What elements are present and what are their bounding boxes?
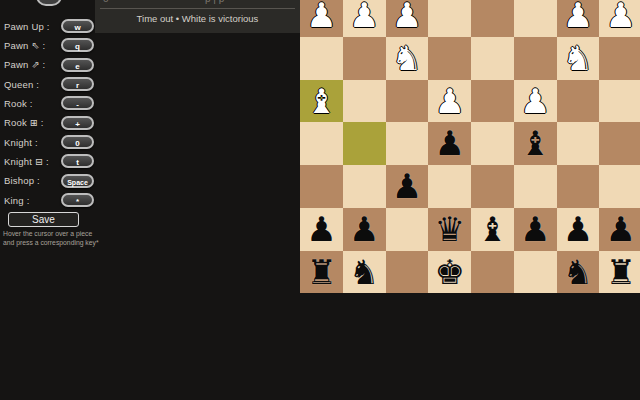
key-button[interactable]: - xyxy=(61,96,94,110)
key-button[interactable]: w xyxy=(61,19,94,33)
hint-caption: Hover the cursor over a piece and press … xyxy=(3,230,103,248)
board-square[interactable]: ♜ xyxy=(599,251,640,294)
board-square[interactable]: ♟ xyxy=(343,208,386,251)
board-square[interactable] xyxy=(557,80,600,123)
key-button[interactable]: 0 xyxy=(61,135,94,149)
board-square[interactable] xyxy=(514,165,557,208)
clipped-text-left: o xyxy=(103,0,109,4)
board-square[interactable] xyxy=(343,37,386,80)
board-square[interactable]: ♛ xyxy=(428,208,471,251)
board-square[interactable]: ♚ xyxy=(428,251,471,294)
board-square[interactable] xyxy=(471,37,514,80)
binding-row: Knight ⊟ :t xyxy=(4,153,94,169)
board-square[interactable]: ♞ xyxy=(557,37,600,80)
key-button[interactable]: t xyxy=(61,154,94,168)
board-square[interactable] xyxy=(300,37,343,80)
board-square[interactable]: ♟ xyxy=(557,208,600,251)
chess-piece-bP: ♟ xyxy=(599,208,640,251)
board-square[interactable] xyxy=(386,208,429,251)
chess-piece-bP: ♟ xyxy=(300,208,343,251)
board-square[interactable] xyxy=(471,122,514,165)
chess-piece-bP: ♟ xyxy=(343,208,386,251)
board-square[interactable]: ♝ xyxy=(471,208,514,251)
binding-row: Pawn ⇗ :e xyxy=(4,57,94,73)
binding-row: Knight :0 xyxy=(4,134,94,150)
chess-piece-bP: ♟ xyxy=(514,208,557,251)
board-square[interactable] xyxy=(514,251,557,294)
binding-label: Rook : xyxy=(4,98,33,109)
chess-piece-wN: ♞ xyxy=(386,37,429,80)
key-button[interactable]: Space xyxy=(61,174,94,188)
board-square[interactable] xyxy=(471,165,514,208)
board-square[interactable] xyxy=(428,165,471,208)
binding-label: Rook ⊞ : xyxy=(4,117,44,128)
chess-piece-wP: ♟ xyxy=(599,0,640,37)
chess-piece-bR: ♜ xyxy=(599,251,640,294)
binding-row: King :* xyxy=(4,192,94,208)
key-button[interactable]: r xyxy=(61,77,94,91)
chess-piece-bN: ♞ xyxy=(557,251,600,294)
binding-row: Pawn ⇖ :q xyxy=(4,37,94,53)
save-button[interactable]: Save xyxy=(8,212,79,227)
board-square[interactable]: ♟ xyxy=(428,122,471,165)
binding-label: Knight : xyxy=(4,137,38,148)
binding-label: Pawn ⇖ : xyxy=(4,40,45,51)
chess-piece-wP: ♟ xyxy=(300,0,343,37)
board-square[interactable] xyxy=(343,165,386,208)
binding-row: Pawn Up :w xyxy=(4,18,94,34)
board-square[interactable] xyxy=(386,251,429,294)
board-square[interactable] xyxy=(343,122,386,165)
status-panel: o p | p Time out • White is victorious xyxy=(95,0,300,33)
board-square[interactable] xyxy=(599,165,640,208)
chess-piece-bP: ♟ xyxy=(386,165,429,208)
chess-board: ♟♟♟♟♟♞♞♝♟♟♟♝♟♟♟♛♝♟♟♟♜♞♚♞♜ xyxy=(300,0,640,293)
chess-piece-bB: ♝ xyxy=(471,208,514,251)
board-square[interactable]: ♟ xyxy=(343,0,386,37)
board-square[interactable] xyxy=(471,80,514,123)
chess-piece-wN: ♞ xyxy=(557,37,600,80)
binding-label: Knight ⊟ : xyxy=(4,156,49,167)
key-button[interactable]: e xyxy=(61,58,94,72)
board-square[interactable]: ♝ xyxy=(300,80,343,123)
board-square[interactable]: ♟ xyxy=(300,0,343,37)
board-square[interactable] xyxy=(300,165,343,208)
binding-label: Pawn ⇗ : xyxy=(4,59,45,70)
board-square[interactable] xyxy=(471,251,514,294)
key-button[interactable]: q xyxy=(61,38,94,52)
board-square[interactable]: ♝ xyxy=(514,122,557,165)
binding-label: King : xyxy=(4,195,30,206)
chess-piece-wB: ♝ xyxy=(300,80,343,123)
chess-piece-bK: ♚ xyxy=(428,251,471,294)
game-result-text: Time out • White is victorious xyxy=(95,13,300,24)
board-square[interactable]: ♞ xyxy=(557,251,600,294)
board-square[interactable] xyxy=(300,122,343,165)
binding-label: Bishop : xyxy=(4,175,40,186)
chess-piece-wP: ♟ xyxy=(557,0,600,37)
chess-piece-bP: ♟ xyxy=(428,122,471,165)
clipped-text-right: p | p xyxy=(205,0,224,4)
board-square[interactable]: ♟ xyxy=(386,0,429,37)
board-square[interactable]: ♞ xyxy=(386,37,429,80)
board-square[interactable] xyxy=(557,165,600,208)
chess-piece-wP: ♟ xyxy=(343,0,386,37)
hint-caption-line1: Hover the cursor over a piece xyxy=(3,230,103,239)
board-square[interactable] xyxy=(599,37,640,80)
board-square[interactable] xyxy=(471,0,514,37)
board-square[interactable] xyxy=(428,0,471,37)
board-square[interactable] xyxy=(599,80,640,123)
board-square[interactable] xyxy=(386,122,429,165)
separator xyxy=(100,8,295,9)
board-square[interactable]: ♟ xyxy=(557,0,600,37)
board-square[interactable]: ♞ xyxy=(343,251,386,294)
keybinding-sidebar: Pawn Up :wPawn ⇖ :qPawn ⇗ :eQueen :rRook… xyxy=(0,0,96,260)
binding-row: Queen :r xyxy=(4,76,94,92)
board-square[interactable]: ♟ xyxy=(428,80,471,123)
chess-piece-bN: ♞ xyxy=(343,251,386,294)
board-square[interactable] xyxy=(428,37,471,80)
chess-piece-wP: ♟ xyxy=(428,80,471,123)
hint-caption-line2: and press a corresponding key* xyxy=(3,239,103,248)
board-square[interactable]: ♟ xyxy=(300,208,343,251)
board-square[interactable] xyxy=(386,80,429,123)
chess-piece-bB: ♝ xyxy=(514,122,557,165)
board-square[interactable] xyxy=(557,122,600,165)
partial-key-pill[interactable] xyxy=(36,0,62,6)
board-square[interactable]: ♜ xyxy=(300,251,343,294)
board-square[interactable] xyxy=(343,80,386,123)
chess-piece-bQ: ♛ xyxy=(428,208,471,251)
board-square[interactable] xyxy=(599,122,640,165)
board-square[interactable]: ♟ xyxy=(514,208,557,251)
board-square[interactable] xyxy=(514,0,557,37)
binding-row: Rook ⊞ :+ xyxy=(4,115,94,131)
chess-piece-bP: ♟ xyxy=(557,208,600,251)
board-square[interactable]: ♟ xyxy=(599,0,640,37)
binding-row: Rook :- xyxy=(4,95,94,111)
chess-piece-wP: ♟ xyxy=(386,0,429,37)
chess-piece-wP: ♟ xyxy=(514,80,557,123)
board-square[interactable] xyxy=(514,37,557,80)
binding-label: Queen : xyxy=(4,79,39,90)
binding-row: Bishop :Space xyxy=(4,173,94,189)
binding-label: Pawn Up : xyxy=(4,21,50,32)
chess-piece-bR: ♜ xyxy=(300,251,343,294)
key-button[interactable]: + xyxy=(61,116,94,130)
board-square[interactable]: ♟ xyxy=(599,208,640,251)
key-button[interactable]: * xyxy=(61,193,94,207)
board-square[interactable]: ♟ xyxy=(514,80,557,123)
board-square[interactable]: ♟ xyxy=(386,165,429,208)
